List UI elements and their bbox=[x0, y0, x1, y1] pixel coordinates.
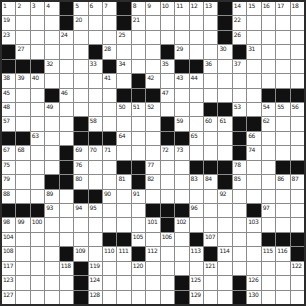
cell-r11c12[interactable] bbox=[175, 161, 188, 174]
cell-r2c2[interactable] bbox=[31, 31, 44, 44]
cell-r1c5[interactable]: 20 bbox=[74, 16, 87, 29]
cell-r7c16[interactable]: 53 bbox=[233, 103, 246, 116]
cell-r3c18[interactable] bbox=[262, 45, 275, 58]
cell-r2c18[interactable] bbox=[262, 31, 275, 44]
cell-r16c17[interactable] bbox=[247, 233, 260, 246]
cell-r10c6[interactable]: 70 bbox=[89, 146, 102, 159]
cell-r19c20[interactable] bbox=[291, 276, 304, 289]
cell-r18c14[interactable]: 121 bbox=[204, 262, 217, 275]
cell-r9c14[interactable] bbox=[204, 132, 217, 145]
cell-r3c1[interactable]: 27 bbox=[16, 45, 29, 58]
cell-r4c16[interactable]: 37 bbox=[233, 60, 246, 73]
cell-r17c18[interactable]: 115 bbox=[262, 247, 275, 260]
cell-r15c8[interactable] bbox=[117, 218, 130, 231]
cell-r6c5[interactable] bbox=[74, 89, 87, 102]
cell-r6c7[interactable] bbox=[103, 89, 116, 102]
cell-r2c8[interactable]: 25 bbox=[117, 31, 130, 44]
cell-r13c18[interactable] bbox=[262, 190, 275, 203]
cell-r17c13[interactable]: 113 bbox=[190, 247, 203, 260]
cell-r2c14[interactable] bbox=[204, 31, 217, 44]
cell-r7c1[interactable] bbox=[16, 103, 29, 116]
cell-r18c20[interactable]: 122 bbox=[291, 262, 304, 275]
cell-r17c19[interactable]: 116 bbox=[276, 247, 289, 260]
cell-r5c6[interactable] bbox=[89, 74, 102, 87]
cell-r3c4[interactable] bbox=[60, 45, 73, 58]
cell-r15c7[interactable] bbox=[103, 218, 116, 231]
cell-r16c9[interactable]: 105 bbox=[132, 233, 145, 246]
cell-r1c6[interactable] bbox=[89, 16, 102, 29]
cell-r15c15[interactable] bbox=[218, 218, 231, 231]
cell-r18c7[interactable] bbox=[103, 262, 116, 275]
cell-r2c16[interactable]: 26 bbox=[233, 31, 246, 44]
cell-r0c2[interactable]: 3 bbox=[31, 2, 44, 15]
cell-r14c7[interactable] bbox=[103, 204, 116, 217]
cell-r14c13[interactable]: 96 bbox=[190, 204, 203, 217]
cell-r6c16[interactable] bbox=[233, 89, 246, 102]
cell-r5c11[interactable] bbox=[161, 74, 174, 87]
cell-r5c13[interactable]: 44 bbox=[190, 74, 203, 87]
cell-r10c7[interactable]: 71 bbox=[103, 146, 116, 159]
cell-r13c2[interactable] bbox=[31, 190, 44, 203]
cell-r14c3[interactable]: 93 bbox=[45, 204, 58, 217]
cell-r12c12[interactable] bbox=[175, 175, 188, 188]
cell-r2c13[interactable] bbox=[190, 31, 203, 44]
cell-r16c6[interactable] bbox=[89, 233, 102, 246]
cell-r18c11[interactable] bbox=[161, 262, 174, 275]
cell-r9c13[interactable]: 65 bbox=[190, 132, 203, 145]
cell-r7c17[interactable] bbox=[247, 103, 260, 116]
cell-r13c4[interactable] bbox=[60, 190, 73, 203]
cell-r2c6[interactable] bbox=[89, 31, 102, 44]
cell-r2c7[interactable] bbox=[103, 31, 116, 44]
cell-r18c3[interactable] bbox=[45, 262, 58, 275]
cell-r15c5[interactable] bbox=[74, 218, 87, 231]
cell-r8c13[interactable] bbox=[190, 117, 203, 130]
cell-r13c16[interactable] bbox=[233, 190, 246, 203]
cell-r20c19[interactable] bbox=[276, 291, 289, 304]
cell-r1c11[interactable] bbox=[161, 16, 174, 29]
cell-r15c10[interactable]: 101 bbox=[146, 218, 159, 231]
cell-r17c11[interactable] bbox=[161, 247, 174, 260]
cell-r16c15[interactable] bbox=[218, 233, 231, 246]
cell-r15c0[interactable]: 98 bbox=[2, 218, 15, 231]
cell-r7c6[interactable] bbox=[89, 103, 102, 116]
cell-r17c12[interactable] bbox=[175, 247, 188, 260]
cell-r2c19[interactable] bbox=[276, 31, 289, 44]
cell-r13c1[interactable] bbox=[16, 190, 29, 203]
cell-r11c1[interactable] bbox=[16, 161, 29, 174]
cell-r3c7[interactable]: 28 bbox=[103, 45, 116, 58]
cell-r4c3[interactable]: 32 bbox=[45, 60, 58, 73]
cell-r19c19[interactable] bbox=[276, 276, 289, 289]
cell-r9c4[interactable] bbox=[60, 132, 73, 145]
cell-r8c4[interactable] bbox=[60, 117, 73, 130]
cell-r12c10[interactable]: 82 bbox=[146, 175, 159, 188]
cell-r12c7[interactable] bbox=[103, 175, 116, 188]
cell-r4c6[interactable]: 33 bbox=[89, 60, 102, 73]
cell-r13c13[interactable] bbox=[190, 190, 203, 203]
cell-r7c12[interactable] bbox=[175, 103, 188, 116]
cell-r19c13[interactable]: 125 bbox=[190, 276, 203, 289]
cell-r15c13[interactable] bbox=[190, 218, 203, 231]
cell-r4c18[interactable] bbox=[262, 60, 275, 73]
cell-r20c6[interactable]: 128 bbox=[89, 291, 102, 304]
cell-r3c5[interactable] bbox=[74, 45, 87, 58]
cell-r16c3[interactable] bbox=[45, 233, 58, 246]
cell-r9c15[interactable] bbox=[218, 132, 231, 145]
cell-r2c10[interactable] bbox=[146, 31, 159, 44]
cell-r2c17[interactable] bbox=[247, 31, 260, 44]
cell-r3c10[interactable] bbox=[146, 45, 159, 58]
cell-r6c2[interactable] bbox=[31, 89, 44, 102]
cell-r8c19[interactable] bbox=[276, 117, 289, 130]
cell-r7c2[interactable] bbox=[31, 103, 44, 116]
cell-r5c17[interactable] bbox=[247, 74, 260, 87]
cell-r8c0[interactable]: 57 bbox=[2, 117, 15, 130]
cell-r12c17[interactable] bbox=[247, 175, 260, 188]
cell-r8c7[interactable] bbox=[103, 117, 116, 130]
cell-r7c18[interactable]: 54 bbox=[262, 103, 275, 116]
cell-r12c14[interactable]: 84 bbox=[204, 175, 217, 188]
cell-r13c0[interactable]: 88 bbox=[2, 190, 15, 203]
cell-r13c8[interactable] bbox=[117, 190, 130, 203]
cell-r3c14[interactable] bbox=[204, 45, 217, 58]
cell-r14c16[interactable] bbox=[233, 204, 246, 217]
cell-r11c3[interactable] bbox=[45, 161, 58, 174]
cell-r5c3[interactable] bbox=[45, 74, 58, 87]
cell-r15c3[interactable] bbox=[45, 218, 58, 231]
cell-r12c0[interactable]: 79 bbox=[2, 175, 15, 188]
cell-r7c7[interactable] bbox=[103, 103, 116, 116]
cell-r15c12[interactable]: 102 bbox=[175, 218, 188, 231]
cell-r8c15[interactable]: 61 bbox=[218, 117, 231, 130]
cell-r18c0[interactable]: 117 bbox=[2, 262, 15, 275]
cell-r17c3[interactable] bbox=[45, 247, 58, 260]
cell-r8c1[interactable] bbox=[16, 117, 29, 130]
cell-r19c0[interactable]: 123 bbox=[2, 276, 15, 289]
cell-r1c12[interactable] bbox=[175, 16, 188, 29]
cell-r20c17[interactable]: 130 bbox=[247, 291, 260, 304]
cell-r1c19[interactable] bbox=[276, 16, 289, 29]
cell-r10c9[interactable] bbox=[132, 146, 145, 159]
cell-r15c4[interactable] bbox=[60, 218, 73, 231]
cell-r9c2[interactable]: 63 bbox=[31, 132, 44, 145]
cell-r14c20[interactable] bbox=[291, 204, 304, 217]
cell-r3c17[interactable]: 31 bbox=[247, 45, 260, 58]
cell-r0c5[interactable]: 5 bbox=[74, 2, 87, 15]
cell-r20c4[interactable] bbox=[60, 291, 73, 304]
cell-r5c5[interactable] bbox=[74, 74, 87, 87]
cell-r9c3[interactable] bbox=[45, 132, 58, 145]
cell-r17c8[interactable]: 111 bbox=[117, 247, 130, 260]
cell-r8c6[interactable]: 58 bbox=[89, 117, 102, 130]
cell-r9c17[interactable]: 66 bbox=[247, 132, 260, 145]
cell-r13c15[interactable]: 92 bbox=[218, 190, 231, 203]
cell-r0c18[interactable]: 16 bbox=[262, 2, 275, 15]
cell-r20c10[interactable] bbox=[146, 291, 159, 304]
cell-r20c14[interactable] bbox=[204, 291, 217, 304]
cell-r0c17[interactable]: 15 bbox=[247, 2, 260, 15]
cell-r11c6[interactable] bbox=[89, 161, 102, 174]
cell-r13c14[interactable] bbox=[204, 190, 217, 203]
cell-r11c17[interactable] bbox=[247, 161, 260, 174]
cell-r19c1[interactable] bbox=[16, 276, 29, 289]
cell-r10c14[interactable] bbox=[204, 146, 217, 159]
cell-r11c5[interactable]: 76 bbox=[74, 161, 87, 174]
cell-r12c8[interactable]: 81 bbox=[117, 175, 130, 188]
cell-r15c16[interactable] bbox=[233, 218, 246, 231]
cell-r14c4[interactable] bbox=[60, 204, 73, 217]
cell-r13c17[interactable] bbox=[247, 190, 260, 203]
cell-r0c3[interactable]: 4 bbox=[45, 2, 58, 15]
cell-r3c19[interactable] bbox=[276, 45, 289, 58]
cell-r9c19[interactable] bbox=[276, 132, 289, 145]
cell-r18c18[interactable] bbox=[262, 262, 275, 275]
cell-r13c11[interactable] bbox=[161, 190, 174, 203]
cell-r10c10[interactable] bbox=[146, 146, 159, 159]
cell-r4c8[interactable]: 34 bbox=[117, 60, 130, 73]
cell-r6c4[interactable]: 46 bbox=[60, 89, 73, 102]
cell-r15c20[interactable] bbox=[291, 218, 304, 231]
cell-r0c16[interactable]: 14 bbox=[233, 2, 246, 15]
cell-r16c10[interactable] bbox=[146, 233, 159, 246]
cell-r17c6[interactable] bbox=[89, 247, 102, 260]
cell-r7c0[interactable]: 48 bbox=[2, 103, 15, 116]
cell-r1c16[interactable]: 22 bbox=[233, 16, 246, 29]
cell-r0c10[interactable]: 9 bbox=[146, 2, 159, 15]
cell-r10c1[interactable]: 68 bbox=[16, 146, 29, 159]
cell-r10c11[interactable]: 72 bbox=[161, 146, 174, 159]
cell-r5c12[interactable]: 43 bbox=[175, 74, 188, 87]
cell-r10c13[interactable] bbox=[190, 146, 203, 159]
cell-r3c12[interactable]: 29 bbox=[175, 45, 188, 58]
cell-r5c19[interactable] bbox=[276, 74, 289, 87]
cell-r20c11[interactable] bbox=[161, 291, 174, 304]
cell-r17c17[interactable] bbox=[247, 247, 260, 260]
cell-r7c13[interactable] bbox=[190, 103, 203, 116]
cell-r17c10[interactable]: 112 bbox=[146, 247, 159, 260]
cell-r3c9[interactable] bbox=[132, 45, 145, 58]
cell-r15c19[interactable] bbox=[276, 218, 289, 231]
cell-r20c18[interactable] bbox=[262, 291, 275, 304]
cell-r1c7[interactable] bbox=[103, 16, 116, 29]
cell-r11c11[interactable] bbox=[161, 161, 174, 174]
cell-r18c1[interactable] bbox=[16, 262, 29, 275]
cell-r1c3[interactable] bbox=[45, 16, 58, 29]
cell-r5c0[interactable]: 38 bbox=[2, 74, 15, 87]
cell-r4c14[interactable]: 36 bbox=[204, 60, 217, 73]
cell-r7c10[interactable]: 52 bbox=[146, 103, 159, 116]
cell-r12c1[interactable] bbox=[16, 175, 29, 188]
cell-r18c13[interactable] bbox=[190, 262, 203, 275]
cell-r20c3[interactable] bbox=[45, 291, 58, 304]
cell-r14c19[interactable] bbox=[276, 204, 289, 217]
cell-r20c20[interactable] bbox=[291, 291, 304, 304]
cell-r1c18[interactable] bbox=[262, 16, 275, 29]
cell-r14c15[interactable] bbox=[218, 204, 231, 217]
cell-r20c13[interactable]: 129 bbox=[190, 291, 203, 304]
cell-r7c8[interactable]: 50 bbox=[117, 103, 130, 116]
cell-r1c13[interactable] bbox=[190, 16, 203, 29]
cell-r19c8[interactable] bbox=[117, 276, 130, 289]
cell-r19c3[interactable] bbox=[45, 276, 58, 289]
cell-r19c9[interactable] bbox=[132, 276, 145, 289]
cell-r19c10[interactable] bbox=[146, 276, 159, 289]
cell-r17c7[interactable]: 110 bbox=[103, 247, 116, 260]
cell-r9c18[interactable] bbox=[262, 132, 275, 145]
cell-r13c20[interactable] bbox=[291, 190, 304, 203]
cell-r10c5[interactable]: 69 bbox=[74, 146, 87, 159]
cell-r16c12[interactable] bbox=[175, 233, 188, 246]
cell-r0c12[interactable]: 11 bbox=[175, 2, 188, 15]
cell-r19c18[interactable] bbox=[262, 276, 275, 289]
cell-r10c12[interactable]: 73 bbox=[175, 146, 188, 159]
cell-r16c4[interactable] bbox=[60, 233, 73, 246]
cell-r14c18[interactable]: 97 bbox=[262, 204, 275, 217]
cell-r6c13[interactable] bbox=[190, 89, 203, 102]
cell-r8c10[interactable] bbox=[146, 117, 159, 130]
cell-r12c2[interactable] bbox=[31, 175, 44, 188]
cell-r10c20[interactable] bbox=[291, 146, 304, 159]
cell-r5c10[interactable]: 42 bbox=[146, 74, 159, 87]
cell-r10c3[interactable] bbox=[45, 146, 58, 159]
cell-r0c11[interactable]: 10 bbox=[161, 2, 174, 15]
cell-r6c6[interactable] bbox=[89, 89, 102, 102]
cell-r14c5[interactable]: 94 bbox=[74, 204, 87, 217]
cell-r14c14[interactable] bbox=[204, 204, 217, 217]
cell-r17c2[interactable] bbox=[31, 247, 44, 260]
cell-r14c6[interactable]: 95 bbox=[89, 204, 102, 217]
cell-r4c9[interactable] bbox=[132, 60, 145, 73]
cell-r2c5[interactable] bbox=[74, 31, 87, 44]
cell-r11c7[interactable] bbox=[103, 161, 116, 174]
cell-r15c17[interactable]: 103 bbox=[247, 218, 260, 231]
cell-r8c14[interactable]: 60 bbox=[204, 117, 217, 130]
cell-r2c3[interactable] bbox=[45, 31, 58, 44]
cell-r12c18[interactable] bbox=[262, 175, 275, 188]
cell-r4c20[interactable] bbox=[291, 60, 304, 73]
cell-r5c16[interactable] bbox=[233, 74, 246, 87]
cell-r3c20[interactable] bbox=[291, 45, 304, 58]
cell-r14c9[interactable] bbox=[132, 204, 145, 217]
cell-r7c5[interactable] bbox=[74, 103, 87, 116]
cell-r12c13[interactable]: 83 bbox=[190, 175, 203, 188]
cell-r1c1[interactable] bbox=[16, 16, 29, 29]
cell-r5c7[interactable]: 41 bbox=[103, 74, 116, 87]
cell-r18c10[interactable] bbox=[146, 262, 159, 275]
cell-r18c12[interactable] bbox=[175, 262, 188, 275]
cell-r18c19[interactable] bbox=[276, 262, 289, 275]
cell-r8c20[interactable] bbox=[291, 117, 304, 130]
cell-r18c16[interactable] bbox=[233, 262, 246, 275]
cell-r1c17[interactable] bbox=[247, 16, 260, 29]
cell-r11c0[interactable]: 75 bbox=[2, 161, 15, 174]
cell-r6c12[interactable] bbox=[175, 89, 188, 102]
cell-r7c3[interactable]: 49 bbox=[45, 103, 58, 116]
cell-r6c17[interactable] bbox=[247, 89, 260, 102]
cell-r20c15[interactable] bbox=[218, 291, 231, 304]
cell-r4c4[interactable] bbox=[60, 60, 73, 73]
cell-r2c4[interactable]: 24 bbox=[60, 31, 73, 44]
cell-r3c8[interactable] bbox=[117, 45, 130, 58]
cell-r16c14[interactable]: 107 bbox=[204, 233, 217, 246]
cell-r20c8[interactable] bbox=[117, 291, 130, 304]
cell-r9c8[interactable]: 64 bbox=[117, 132, 130, 145]
cell-r5c2[interactable]: 40 bbox=[31, 74, 44, 87]
cell-r1c9[interactable]: 21 bbox=[132, 16, 145, 29]
cell-r0c20[interactable]: 18 bbox=[291, 2, 304, 15]
cell-r4c19[interactable] bbox=[276, 60, 289, 73]
cell-r19c14[interactable] bbox=[204, 276, 217, 289]
cell-r0c7[interactable]: 7 bbox=[103, 2, 116, 15]
cell-r17c15[interactable]: 114 bbox=[218, 247, 231, 260]
cell-r5c14[interactable] bbox=[204, 74, 217, 87]
cell-r2c20[interactable] bbox=[291, 31, 304, 44]
cell-r9c10[interactable] bbox=[146, 132, 159, 145]
cell-r4c10[interactable] bbox=[146, 60, 159, 73]
cell-r8c3[interactable] bbox=[45, 117, 58, 130]
cell-r9c20[interactable] bbox=[291, 132, 304, 145]
cell-r15c2[interactable]: 100 bbox=[31, 218, 44, 231]
cell-r12c6[interactable] bbox=[89, 175, 102, 188]
cell-r2c9[interactable] bbox=[132, 31, 145, 44]
cell-r0c1[interactable]: 2 bbox=[16, 2, 29, 15]
cell-r2c1[interactable] bbox=[16, 31, 29, 44]
cell-r10c0[interactable]: 67 bbox=[2, 146, 15, 159]
cell-r20c9[interactable] bbox=[132, 291, 145, 304]
cell-r13c3[interactable]: 89 bbox=[45, 190, 58, 203]
cell-r17c5[interactable]: 109 bbox=[74, 247, 87, 260]
cell-r0c6[interactable]: 6 bbox=[89, 2, 102, 15]
cell-r1c20[interactable] bbox=[291, 16, 304, 29]
cell-r4c5[interactable] bbox=[74, 60, 87, 73]
cell-r3c13[interactable] bbox=[190, 45, 203, 58]
cell-r2c0[interactable]: 23 bbox=[2, 31, 15, 44]
cell-r10c8[interactable] bbox=[117, 146, 130, 159]
cell-r18c4[interactable]: 118 bbox=[60, 262, 73, 275]
cell-r20c1[interactable] bbox=[16, 291, 29, 304]
cell-r20c2[interactable] bbox=[31, 291, 44, 304]
cell-r18c17[interactable] bbox=[247, 262, 260, 275]
cell-r19c2[interactable] bbox=[31, 276, 44, 289]
cell-r7c11[interactable] bbox=[161, 103, 174, 116]
cell-r12c5[interactable]: 80 bbox=[74, 175, 87, 188]
cell-r3c3[interactable] bbox=[45, 45, 58, 58]
cell-r0c9[interactable]: 8 bbox=[132, 2, 145, 15]
cell-r7c19[interactable]: 55 bbox=[276, 103, 289, 116]
cell-r2c12[interactable] bbox=[175, 31, 188, 44]
cell-r16c11[interactable]: 106 bbox=[161, 233, 174, 246]
cell-r15c6[interactable] bbox=[89, 218, 102, 231]
cell-r4c11[interactable]: 35 bbox=[161, 60, 174, 73]
cell-r17c1[interactable] bbox=[16, 247, 29, 260]
cell-r18c2[interactable] bbox=[31, 262, 44, 275]
cell-r16c5[interactable] bbox=[74, 233, 87, 246]
cell-r8c2[interactable] bbox=[31, 117, 44, 130]
cell-r11c16[interactable]: 78 bbox=[233, 161, 246, 174]
cell-r13c19[interactable] bbox=[276, 190, 289, 203]
cell-r2c11[interactable] bbox=[161, 31, 174, 44]
cell-r3c2[interactable] bbox=[31, 45, 44, 58]
cell-r17c0[interactable]: 108 bbox=[2, 247, 15, 260]
cell-r18c8[interactable] bbox=[117, 262, 130, 275]
cell-r13c12[interactable] bbox=[175, 190, 188, 203]
cell-r1c14[interactable] bbox=[204, 16, 217, 29]
cell-r11c18[interactable] bbox=[262, 161, 275, 174]
cell-r12c20[interactable]: 87 bbox=[291, 175, 304, 188]
cell-r16c0[interactable]: 104 bbox=[2, 233, 15, 246]
cell-r16c1[interactable] bbox=[16, 233, 29, 246]
